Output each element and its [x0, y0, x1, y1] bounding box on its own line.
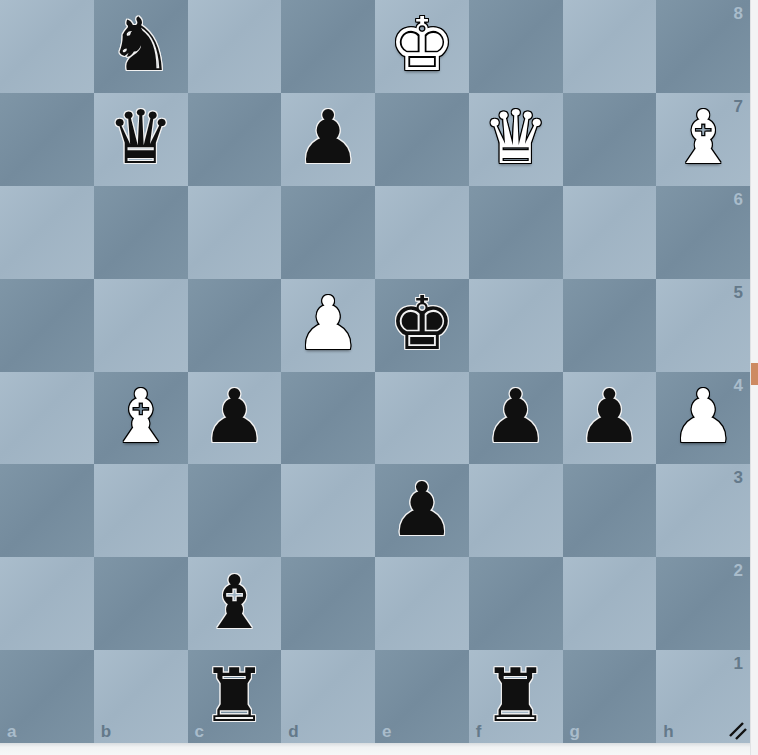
square-e3[interactable]: ♟	[375, 464, 469, 557]
square-f4[interactable]: ♟	[469, 372, 563, 465]
square-a3[interactable]	[0, 464, 94, 557]
file-label-f: f	[476, 723, 482, 740]
board-resize-handle[interactable]	[728, 721, 748, 741]
square-a4[interactable]	[0, 372, 94, 465]
chess-board: ♞♚8♛♟♛♝76♟♚5♝♟♟♟♟4♟3♝2ab♜cde♜fg1h	[0, 0, 750, 743]
square-c6[interactable]	[188, 186, 282, 279]
piece-black-rook[interactable]: ♜	[482, 658, 548, 732]
square-f2[interactable]	[469, 557, 563, 650]
square-h7[interactable]: ♝7	[656, 93, 750, 186]
square-b8[interactable]: ♞	[94, 0, 188, 93]
piece-black-queen[interactable]: ♛	[107, 100, 173, 174]
square-a1[interactable]: a	[0, 650, 94, 743]
piece-black-king[interactable]: ♚	[389, 286, 455, 360]
square-d5[interactable]: ♟	[281, 279, 375, 372]
piece-white-king[interactable]: ♚	[389, 7, 455, 81]
square-b5[interactable]	[94, 279, 188, 372]
square-a2[interactable]	[0, 557, 94, 650]
square-c7[interactable]	[188, 93, 282, 186]
square-a6[interactable]	[0, 186, 94, 279]
square-a8[interactable]	[0, 0, 94, 93]
square-a5[interactable]	[0, 279, 94, 372]
piece-black-pawn[interactable]: ♟	[389, 472, 455, 546]
piece-white-bishop[interactable]: ♝	[670, 100, 736, 174]
square-f5[interactable]	[469, 279, 563, 372]
rank-label-8: 8	[734, 5, 743, 22]
square-b2[interactable]	[94, 557, 188, 650]
square-c5[interactable]	[188, 279, 282, 372]
piece-white-queen[interactable]: ♛	[482, 100, 548, 174]
square-a7[interactable]	[0, 93, 94, 186]
square-f6[interactable]	[469, 186, 563, 279]
square-d6[interactable]	[281, 186, 375, 279]
square-f8[interactable]	[469, 0, 563, 93]
file-label-e: e	[382, 723, 391, 740]
piece-black-pawn[interactable]: ♟	[201, 379, 267, 453]
square-e5[interactable]: ♚	[375, 279, 469, 372]
square-f3[interactable]	[469, 464, 563, 557]
piece-white-pawn[interactable]: ♟	[670, 379, 736, 453]
square-h3[interactable]: 3	[656, 464, 750, 557]
square-c2[interactable]: ♝	[188, 557, 282, 650]
square-h5[interactable]: 5	[656, 279, 750, 372]
square-g2[interactable]	[563, 557, 657, 650]
piece-black-pawn[interactable]: ♟	[295, 100, 361, 174]
bottom-scrollbar-track[interactable]	[0, 743, 750, 755]
square-c4[interactable]: ♟	[188, 372, 282, 465]
square-g1[interactable]: g	[563, 650, 657, 743]
piece-black-knight[interactable]: ♞	[107, 7, 173, 81]
square-d1[interactable]: d	[281, 650, 375, 743]
square-e7[interactable]	[375, 93, 469, 186]
vertical-scrollbar[interactable]	[750, 0, 758, 755]
square-c8[interactable]	[188, 0, 282, 93]
piece-black-rook[interactable]: ♜	[201, 658, 267, 732]
square-g7[interactable]	[563, 93, 657, 186]
scrollbar-thumb[interactable]	[751, 363, 758, 385]
piece-black-pawn[interactable]: ♟	[576, 379, 642, 453]
square-b3[interactable]	[94, 464, 188, 557]
piece-black-pawn[interactable]: ♟	[482, 379, 548, 453]
square-f7[interactable]: ♛	[469, 93, 563, 186]
square-g6[interactable]	[563, 186, 657, 279]
square-g8[interactable]	[563, 0, 657, 93]
piece-white-pawn[interactable]: ♟	[295, 286, 361, 360]
file-label-b: b	[101, 723, 111, 740]
square-c1[interactable]: ♜c	[188, 650, 282, 743]
square-e2[interactable]	[375, 557, 469, 650]
square-e4[interactable]	[375, 372, 469, 465]
square-e6[interactable]	[375, 186, 469, 279]
square-b7[interactable]: ♛	[94, 93, 188, 186]
square-g5[interactable]	[563, 279, 657, 372]
piece-black-bishop[interactable]: ♝	[201, 565, 267, 639]
square-b4[interactable]: ♝	[94, 372, 188, 465]
square-f1[interactable]: ♜f	[469, 650, 563, 743]
square-c3[interactable]	[188, 464, 282, 557]
square-e1[interactable]: e	[375, 650, 469, 743]
square-d3[interactable]	[281, 464, 375, 557]
rank-label-6: 6	[734, 191, 743, 208]
file-label-g: g	[570, 723, 580, 740]
resize-diagonal-icon	[728, 721, 748, 741]
square-e8[interactable]: ♚	[375, 0, 469, 93]
square-h2[interactable]: 2	[656, 557, 750, 650]
rank-label-1: 1	[734, 655, 743, 672]
rank-label-2: 2	[734, 562, 743, 579]
square-b6[interactable]	[94, 186, 188, 279]
piece-white-bishop[interactable]: ♝	[107, 379, 173, 453]
rank-label-5: 5	[734, 284, 743, 301]
rank-label-3: 3	[734, 469, 743, 486]
square-h4[interactable]: ♟4	[656, 372, 750, 465]
square-d8[interactable]	[281, 0, 375, 93]
square-d7[interactable]: ♟	[281, 93, 375, 186]
square-b1[interactable]: b	[94, 650, 188, 743]
file-label-d: d	[288, 723, 298, 740]
square-h6[interactable]: 6	[656, 186, 750, 279]
board-editor-viewport: ♞♚8♛♟♛♝76♟♚5♝♟♟♟♟4♟3♝2ab♜cde♜fg1h	[0, 0, 758, 755]
square-d4[interactable]	[281, 372, 375, 465]
file-label-h: h	[663, 723, 673, 740]
square-g3[interactable]	[563, 464, 657, 557]
square-g4[interactable]: ♟	[563, 372, 657, 465]
square-h8[interactable]: 8	[656, 0, 750, 93]
file-label-a: a	[7, 723, 16, 740]
square-d2[interactable]	[281, 557, 375, 650]
